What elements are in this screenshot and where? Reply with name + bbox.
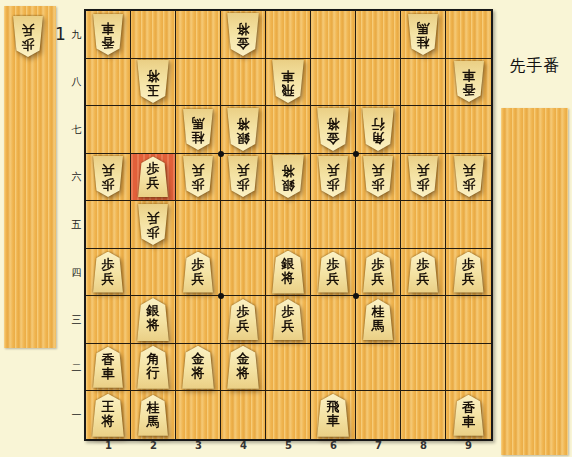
piece-kanji: 桂 — [372, 305, 385, 319]
square-5八[interactable]: 飛車 — [266, 59, 311, 107]
shogi-piece-香車[interactable]: 香車 — [452, 395, 486, 436]
piece-kanji: 銀 — [282, 178, 295, 192]
piece-kanji: 角 — [147, 352, 160, 366]
square-1二[interactable]: 香車 — [86, 344, 131, 392]
piece-kanji: 兵 — [327, 163, 340, 177]
star-point — [218, 293, 224, 299]
square-1四[interactable]: 歩兵 — [86, 249, 131, 297]
shogi-piece-歩兵[interactable]: 歩兵 — [226, 299, 260, 340]
square-4二[interactable]: 金将 — [221, 344, 266, 392]
square-6四[interactable]: 歩兵 — [311, 249, 356, 297]
turn-indicator: 先手番 — [500, 56, 570, 77]
square-8九[interactable]: 桂馬 — [401, 11, 446, 59]
square-2九[interactable] — [131, 11, 176, 59]
piece-kanji: 歩 — [22, 37, 35, 51]
square-1一[interactable]: 王将 — [86, 391, 131, 439]
square-1五[interactable] — [86, 201, 131, 249]
piece-kanji: 車 — [102, 21, 115, 35]
shogi-piece-香車[interactable]: 香車 — [91, 14, 125, 55]
rank-label-二: 二 — [70, 344, 83, 392]
piece-kanji: 兵 — [147, 211, 160, 225]
star-point — [353, 151, 359, 157]
square-8七[interactable] — [401, 106, 446, 154]
piece-kanji: 馬 — [372, 319, 385, 333]
piece-kanji: 王 — [102, 400, 115, 414]
piece-kanji: 兵 — [417, 272, 430, 286]
piece-kanji: 飛 — [282, 83, 295, 97]
piece-kanji: 歩 — [327, 177, 340, 191]
square-6二[interactable] — [311, 344, 356, 392]
piece-kanji: 香 — [102, 35, 115, 49]
piece-kanji: 兵 — [192, 163, 205, 177]
square-7六[interactable]: 歩兵 — [356, 154, 401, 202]
piece-kanji: 飛 — [327, 400, 340, 414]
shogi-piece-金将[interactable]: 金将 — [225, 346, 261, 389]
square-2六[interactable]: 歩兵 — [131, 154, 176, 202]
shogi-piece-歩兵[interactable]: 歩兵 — [271, 299, 305, 340]
piece-kanji: 歩 — [237, 305, 250, 319]
piece-kanji: 兵 — [102, 272, 115, 286]
square-3六[interactable]: 歩兵 — [176, 154, 221, 202]
piece-kanji: 車 — [282, 69, 295, 83]
star-point — [218, 151, 224, 157]
piece-kanji: 歩 — [192, 177, 205, 191]
shogi-piece-桂馬[interactable]: 桂馬 — [361, 299, 395, 340]
file-label-8: 8 — [401, 440, 446, 451]
square-5六[interactable]: 銀将 — [266, 154, 311, 202]
shogi-piece-飛車[interactable]: 飛車 — [315, 394, 351, 437]
square-4六[interactable]: 歩兵 — [221, 154, 266, 202]
piece-kanji: 兵 — [147, 176, 160, 190]
square-2三[interactable]: 銀将 — [131, 296, 176, 344]
piece-kanji: 車 — [102, 367, 115, 381]
piece-kanji: 兵 — [237, 163, 250, 177]
rank-label-七: 七 — [70, 106, 83, 154]
piece-kanji: 歩 — [102, 258, 115, 272]
shogi-piece-歩兵[interactable]: 歩兵 — [452, 252, 486, 293]
square-6五[interactable] — [311, 201, 356, 249]
piece-kanji: 桂 — [192, 130, 205, 144]
rank-label-五: 五 — [70, 201, 83, 249]
rank-label-一: 一 — [70, 392, 83, 440]
rank-labels: 九八七六五四三二一 — [70, 11, 83, 439]
square-8四[interactable]: 歩兵 — [401, 249, 446, 297]
shogi-piece-玉将[interactable]: 玉将 — [135, 60, 171, 103]
shogi-piece-銀将[interactable]: 銀将 — [135, 298, 171, 341]
shogi-piece-歩兵[interactable]: 歩兵 — [406, 252, 440, 293]
square-7五[interactable] — [356, 201, 401, 249]
file-label-1: 1 — [86, 440, 131, 451]
piece-kanji: 歩 — [147, 162, 160, 176]
piece-kanji: 歩 — [462, 258, 475, 272]
piece-kanji: 将 — [147, 318, 160, 332]
piece-kanji: 車 — [462, 68, 475, 82]
board-grid: 香車金将桂馬玉将飛車香車桂馬銀将金将角行歩兵歩兵歩兵歩兵銀将歩兵歩兵歩兵歩兵歩兵… — [84, 9, 493, 441]
square-1六[interactable]: 歩兵 — [86, 154, 131, 202]
piece-kanji: 将 — [237, 22, 250, 36]
piece-kanji: 歩 — [327, 258, 340, 272]
square-9九[interactable] — [446, 11, 491, 59]
square-8六[interactable]: 歩兵 — [401, 154, 446, 202]
piece-kanji: 桂 — [417, 35, 430, 49]
square-4五[interactable] — [221, 201, 266, 249]
piece-kanji: 将 — [237, 117, 250, 131]
piece-kanji: 馬 — [192, 116, 205, 130]
piece-kanji: 将 — [282, 271, 295, 285]
file-label-3: 3 — [176, 440, 221, 451]
square-6三[interactable] — [311, 296, 356, 344]
square-3一[interactable] — [176, 391, 221, 439]
square-8八[interactable] — [401, 59, 446, 107]
shogi-piece-歩兵[interactable]: 歩兵 — [361, 252, 395, 293]
shogi-piece-歩兵[interactable]: 歩兵 — [316, 252, 350, 293]
shogi-piece-歩兵[interactable]: 歩兵 — [91, 156, 125, 197]
piece-kanji: 銀 — [237, 131, 250, 145]
piece-kanji: 香 — [462, 82, 475, 96]
square-7三[interactable]: 桂馬 — [356, 296, 401, 344]
square-5七[interactable] — [266, 106, 311, 154]
square-7九[interactable] — [356, 11, 401, 59]
shogi-piece-歩兵[interactable]: 歩兵 — [136, 204, 170, 245]
square-3八[interactable] — [176, 59, 221, 107]
file-label-6: 6 — [311, 440, 356, 451]
shogi-piece-桂馬[interactable]: 桂馬 — [406, 14, 440, 55]
shogi-piece-歩兵[interactable]: 歩兵 — [181, 156, 215, 197]
square-4一[interactable] — [221, 391, 266, 439]
square-4三[interactable]: 歩兵 — [221, 296, 266, 344]
shogi-piece-金将[interactable]: 金将 — [225, 13, 261, 56]
shogi-piece-角行[interactable]: 角行 — [360, 108, 396, 151]
file-label-7: 7 — [356, 440, 401, 451]
shogi-piece-銀将[interactable]: 銀将 — [270, 251, 306, 294]
square-1九[interactable]: 香車 — [86, 11, 131, 59]
piece-kanji: 兵 — [462, 163, 475, 177]
square-9五[interactable] — [446, 201, 491, 249]
piece-kanji: 香 — [102, 353, 115, 367]
piece-kanji: 金 — [237, 352, 250, 366]
sente-hand-tray[interactable] — [501, 108, 568, 455]
piece-kanji: 歩 — [147, 225, 160, 239]
shogi-piece-飛車[interactable]: 飛車 — [270, 60, 306, 103]
piece-kanji: 兵 — [372, 163, 385, 177]
square-9二[interactable] — [446, 344, 491, 392]
square-5三[interactable]: 歩兵 — [266, 296, 311, 344]
rank-label-三: 三 — [70, 296, 83, 344]
square-1七[interactable] — [86, 106, 131, 154]
piece-kanji: 金 — [192, 352, 205, 366]
piece-kanji: 将 — [147, 69, 160, 83]
piece-kanji: 歩 — [237, 177, 250, 191]
square-9一[interactable]: 香車 — [446, 391, 491, 439]
file-labels: 123456789 — [86, 440, 491, 451]
shogi-piece-歩兵[interactable]: 歩兵 — [181, 252, 215, 293]
piece-kanji: 桂 — [147, 401, 160, 415]
square-5一[interactable] — [266, 391, 311, 439]
shogi-app-window: 歩兵 1 先手番 香車金将桂馬玉将飛車香車桂馬銀将金将角行歩兵歩兵歩兵歩兵銀将歩… — [0, 0, 572, 457]
move-number: 1 — [55, 24, 66, 44]
square-7四[interactable]: 歩兵 — [356, 249, 401, 297]
square-5九[interactable] — [266, 11, 311, 59]
square-6八[interactable] — [311, 59, 356, 107]
shogi-piece-金将[interactable]: 金将 — [180, 346, 216, 389]
piece-kanji: 歩 — [417, 258, 430, 272]
shogi-piece-王将[interactable]: 王将 — [90, 394, 126, 437]
piece-kanji: 兵 — [327, 272, 340, 286]
piece-kanji: 馬 — [417, 21, 430, 35]
piece-kanji: 将 — [192, 366, 205, 380]
piece-kanji: 兵 — [102, 163, 115, 177]
square-5五[interactable] — [266, 201, 311, 249]
square-7八[interactable] — [356, 59, 401, 107]
piece-kanji: 兵 — [417, 163, 430, 177]
square-2一[interactable]: 桂馬 — [131, 391, 176, 439]
piece-kanji: 歩 — [417, 177, 430, 191]
square-7一[interactable] — [356, 391, 401, 439]
star-point — [353, 293, 359, 299]
square-2五[interactable]: 歩兵 — [131, 201, 176, 249]
piece-kanji: 銀 — [282, 257, 295, 271]
square-8二[interactable] — [401, 344, 446, 392]
piece-kanji: 将 — [102, 414, 115, 428]
piece-kanji: 兵 — [192, 272, 205, 286]
square-7七[interactable]: 角行 — [356, 106, 401, 154]
shogi-piece-香車[interactable]: 香車 — [91, 347, 125, 388]
piece-kanji: 玉 — [147, 83, 160, 97]
piece-kanji: 馬 — [147, 415, 160, 429]
piece-kanji: 兵 — [372, 272, 385, 286]
shogi-piece-歩兵[interactable]: 歩兵 — [406, 156, 440, 197]
piece-kanji: 兵 — [22, 23, 35, 37]
square-6一[interactable]: 飛車 — [311, 391, 356, 439]
shogi-piece-銀将[interactable]: 銀将 — [270, 155, 306, 198]
shogi-piece-歩兵[interactable]: 歩兵 — [226, 156, 260, 197]
square-5二[interactable] — [266, 344, 311, 392]
file-label-4: 4 — [221, 440, 266, 451]
rank-label-四: 四 — [70, 249, 83, 297]
square-8三[interactable] — [401, 296, 446, 344]
file-label-2: 2 — [131, 440, 176, 451]
gote-hand-tray[interactable]: 歩兵 — [4, 6, 56, 348]
piece-kanji: 車 — [327, 414, 340, 428]
piece-kanji: 歩 — [372, 177, 385, 191]
rank-label-六: 六 — [70, 154, 83, 202]
file-label-9: 9 — [446, 440, 491, 451]
square-8五[interactable] — [401, 201, 446, 249]
square-9八[interactable]: 香車 — [446, 59, 491, 107]
square-3四[interactable]: 歩兵 — [176, 249, 221, 297]
square-4七[interactable]: 銀将 — [221, 106, 266, 154]
shogi-piece-金将[interactable]: 金将 — [315, 108, 351, 151]
square-9四[interactable]: 歩兵 — [446, 249, 491, 297]
square-9七[interactable] — [446, 106, 491, 154]
square-2四[interactable] — [131, 249, 176, 297]
square-9三[interactable] — [446, 296, 491, 344]
square-7二[interactable] — [356, 344, 401, 392]
piece-kanji: 歩 — [282, 305, 295, 319]
piece-kanji: 兵 — [462, 272, 475, 286]
square-4四[interactable] — [221, 249, 266, 297]
square-3五[interactable] — [176, 201, 221, 249]
square-4九[interactable]: 金将 — [221, 11, 266, 59]
square-9六[interactable]: 歩兵 — [446, 154, 491, 202]
shogi-piece-歩兵[interactable]: 歩兵 — [452, 156, 486, 197]
file-label-5: 5 — [266, 440, 311, 451]
shogi-piece-銀将[interactable]: 銀将 — [225, 108, 261, 151]
piece-kanji: 銀 — [147, 304, 160, 318]
piece-kanji: 行 — [372, 117, 385, 131]
shogi-piece-角行[interactable]: 角行 — [135, 346, 171, 389]
shogi-piece-歩兵[interactable]: 歩兵 — [316, 156, 350, 197]
shogi-piece-桂馬[interactable]: 桂馬 — [181, 109, 215, 150]
square-4八[interactable] — [221, 59, 266, 107]
square-1三[interactable] — [86, 296, 131, 344]
piece-kanji: 車 — [462, 415, 475, 429]
square-6六[interactable]: 歩兵 — [311, 154, 356, 202]
square-2七[interactable] — [131, 106, 176, 154]
rank-label-八: 八 — [70, 59, 83, 107]
piece-kanji: 兵 — [282, 319, 295, 333]
piece-kanji: 金 — [327, 131, 340, 145]
piece-kanji: 歩 — [102, 177, 115, 191]
shogi-piece-歩兵[interactable]: 歩兵 — [11, 16, 45, 57]
piece-kanji: 歩 — [372, 258, 385, 272]
shogi-piece-歩兵[interactable]: 歩兵 — [136, 156, 170, 197]
piece-kanji: 行 — [147, 366, 160, 380]
piece-kanji: 将 — [237, 366, 250, 380]
square-3七[interactable]: 桂馬 — [176, 106, 221, 154]
square-3三[interactable] — [176, 296, 221, 344]
square-6九[interactable] — [311, 11, 356, 59]
piece-kanji: 角 — [372, 131, 385, 145]
square-5四[interactable]: 銀将 — [266, 249, 311, 297]
square-3九[interactable] — [176, 11, 221, 59]
piece-kanji: 金 — [237, 36, 250, 50]
piece-kanji: 歩 — [462, 177, 475, 191]
square-8一[interactable] — [401, 391, 446, 439]
square-2二[interactable]: 角行 — [131, 344, 176, 392]
rank-label-九: 九 — [70, 11, 83, 59]
square-2八[interactable]: 玉将 — [131, 59, 176, 107]
square-6七[interactable]: 金将 — [311, 106, 356, 154]
square-3二[interactable]: 金将 — [176, 344, 221, 392]
piece-kanji: 兵 — [237, 319, 250, 333]
shogi-piece-歩兵[interactable]: 歩兵 — [361, 156, 395, 197]
piece-kanji: 歩 — [192, 258, 205, 272]
square-1八[interactable] — [86, 59, 131, 107]
shogi-piece-歩兵[interactable]: 歩兵 — [91, 252, 125, 293]
piece-kanji: 将 — [282, 164, 295, 178]
shogi-piece-香車[interactable]: 香車 — [452, 61, 486, 102]
piece-kanji: 将 — [327, 117, 340, 131]
piece-kanji: 香 — [462, 401, 475, 415]
shogi-piece-桂馬[interactable]: 桂馬 — [136, 395, 170, 436]
